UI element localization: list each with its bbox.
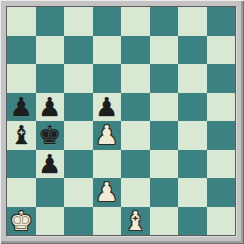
square-h7[interactable] [207, 36, 236, 65]
board-frame: ♟♟♟♝♚♟♟♟♚♝ [0, 0, 244, 244]
square-a4[interactable]: ♝ [7, 121, 36, 150]
square-a8[interactable] [7, 7, 36, 36]
square-c6[interactable] [64, 64, 93, 93]
square-e6[interactable] [121, 64, 150, 93]
square-g3[interactable] [178, 150, 207, 179]
square-h4[interactable] [207, 121, 236, 150]
square-h2[interactable] [207, 178, 236, 207]
square-d2[interactable]: ♟ [93, 178, 122, 207]
square-c8[interactable] [64, 7, 93, 36]
square-c1[interactable] [64, 207, 93, 236]
square-e8[interactable] [121, 7, 150, 36]
square-h8[interactable] [207, 7, 236, 36]
white-king-piece[interactable]: ♚ [10, 208, 33, 234]
square-e1[interactable]: ♝ [121, 207, 150, 236]
square-e5[interactable] [121, 93, 150, 122]
square-e4[interactable] [121, 121, 150, 150]
square-e2[interactable] [121, 178, 150, 207]
square-d7[interactable] [93, 36, 122, 65]
square-f8[interactable] [150, 7, 179, 36]
black-pawn-piece[interactable]: ♟ [10, 94, 33, 120]
square-g7[interactable] [178, 36, 207, 65]
square-h1[interactable] [207, 207, 236, 236]
square-a1[interactable]: ♚ [7, 207, 36, 236]
square-c2[interactable] [64, 178, 93, 207]
square-c4[interactable] [64, 121, 93, 150]
black-pawn-piece[interactable]: ♟ [38, 151, 61, 177]
square-d4[interactable]: ♟ [93, 121, 122, 150]
square-d3[interactable] [93, 150, 122, 179]
square-e7[interactable] [121, 36, 150, 65]
square-b5[interactable]: ♟ [36, 93, 65, 122]
square-c3[interactable] [64, 150, 93, 179]
square-d1[interactable] [93, 207, 122, 236]
square-f7[interactable] [150, 36, 179, 65]
square-g4[interactable] [178, 121, 207, 150]
square-h6[interactable] [207, 64, 236, 93]
square-f6[interactable] [150, 64, 179, 93]
square-b7[interactable] [36, 36, 65, 65]
square-a7[interactable] [7, 36, 36, 65]
square-h3[interactable] [207, 150, 236, 179]
square-a3[interactable] [7, 150, 36, 179]
black-pawn-piece[interactable]: ♟ [95, 94, 118, 120]
square-g6[interactable] [178, 64, 207, 93]
square-b3[interactable]: ♟ [36, 150, 65, 179]
white-pawn-piece[interactable]: ♟ [95, 122, 118, 148]
square-b8[interactable] [36, 7, 65, 36]
square-f5[interactable] [150, 93, 179, 122]
square-h5[interactable] [207, 93, 236, 122]
white-bishop-piece[interactable]: ♝ [124, 208, 147, 234]
square-b4[interactable]: ♚ [36, 121, 65, 150]
square-b2[interactable] [36, 178, 65, 207]
square-g5[interactable] [178, 93, 207, 122]
square-g8[interactable] [178, 7, 207, 36]
square-d5[interactable]: ♟ [93, 93, 122, 122]
square-d6[interactable] [93, 64, 122, 93]
square-g2[interactable] [178, 178, 207, 207]
square-f1[interactable] [150, 207, 179, 236]
square-f2[interactable] [150, 178, 179, 207]
black-bishop-piece[interactable]: ♝ [10, 122, 33, 148]
square-a5[interactable]: ♟ [7, 93, 36, 122]
square-b1[interactable] [36, 207, 65, 236]
chess-board: ♟♟♟♝♚♟♟♟♚♝ [6, 6, 236, 236]
black-king-piece[interactable]: ♚ [38, 122, 61, 148]
square-g1[interactable] [178, 207, 207, 236]
square-f3[interactable] [150, 150, 179, 179]
square-e3[interactable] [121, 150, 150, 179]
black-pawn-piece[interactable]: ♟ [38, 94, 61, 120]
square-c7[interactable] [64, 36, 93, 65]
square-b6[interactable] [36, 64, 65, 93]
square-a6[interactable] [7, 64, 36, 93]
white-pawn-piece[interactable]: ♟ [95, 179, 118, 205]
square-c5[interactable] [64, 93, 93, 122]
square-d8[interactable] [93, 7, 122, 36]
square-a2[interactable] [7, 178, 36, 207]
square-f4[interactable] [150, 121, 179, 150]
